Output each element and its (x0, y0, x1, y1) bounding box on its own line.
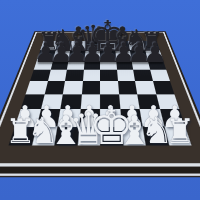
square-e4[interactable] (100, 81, 119, 94)
square-b4[interactable] (44, 81, 65, 94)
square-f4[interactable] (118, 81, 138, 94)
piece-black-pawn-h7[interactable]: ♟ (143, 38, 167, 65)
frame-front-bevel (0, 167, 200, 174)
square-f5[interactable] (117, 69, 135, 81)
square-h5[interactable] (150, 69, 170, 81)
square-c5[interactable] (65, 69, 83, 81)
square-b5[interactable] (48, 69, 67, 81)
square-c4[interactable] (63, 81, 83, 94)
scene-background: ♜♞♝♛♚♝♞♜♟♟♟♟♟♟♟♟♟♟♟♟♟♟♟♟♜♞♝♛♚♝♞♜ (0, 0, 200, 200)
square-d4[interactable] (81, 81, 100, 94)
square-e5[interactable] (100, 69, 118, 81)
piece-white-rook-h1[interactable]: ♜ (165, 114, 195, 148)
square-d5[interactable] (83, 69, 101, 81)
